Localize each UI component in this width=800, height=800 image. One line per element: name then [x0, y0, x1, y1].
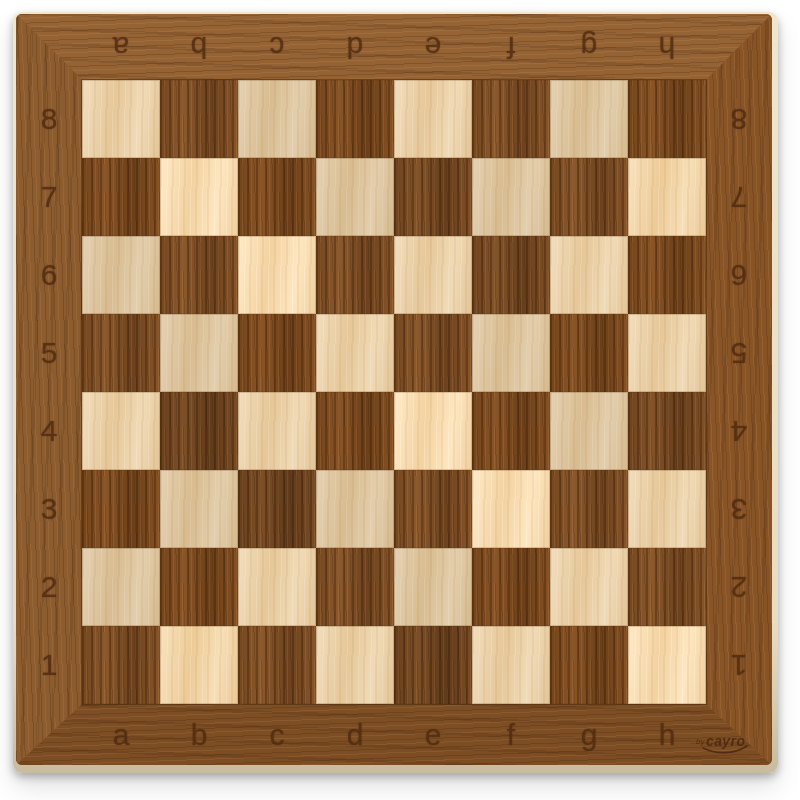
- square-a4[interactable]: [82, 392, 160, 470]
- square-g3[interactable]: [550, 470, 628, 548]
- square-e2[interactable]: [394, 548, 472, 626]
- board-frame: abcdefgh abcdefgh 87654321 87654321 by c…: [16, 14, 772, 765]
- square-f4[interactable]: [472, 392, 550, 470]
- page-background: { "game": "chess", "description": "Empty…: [0, 0, 800, 800]
- square-a5[interactable]: [82, 314, 160, 392]
- square-c2[interactable]: [238, 548, 316, 626]
- square-c3[interactable]: [238, 470, 316, 548]
- square-h4[interactable]: [628, 392, 706, 470]
- square-e3[interactable]: [394, 470, 472, 548]
- square-a6[interactable]: [82, 236, 160, 314]
- chess-board-grid: [82, 80, 706, 704]
- square-g5[interactable]: [550, 314, 628, 392]
- logo-swoosh-icon: [702, 745, 748, 755]
- square-b8[interactable]: [160, 80, 238, 158]
- square-a7[interactable]: [82, 158, 160, 236]
- square-d7[interactable]: [316, 158, 394, 236]
- square-d5[interactable]: [316, 314, 394, 392]
- square-d8[interactable]: [316, 80, 394, 158]
- square-d2[interactable]: [316, 548, 394, 626]
- square-a2[interactable]: [82, 548, 160, 626]
- square-e6[interactable]: [394, 236, 472, 314]
- square-f3[interactable]: [472, 470, 550, 548]
- square-f5[interactable]: [472, 314, 550, 392]
- square-e1[interactable]: [394, 626, 472, 704]
- square-f2[interactable]: [472, 548, 550, 626]
- square-f7[interactable]: [472, 158, 550, 236]
- square-b2[interactable]: [160, 548, 238, 626]
- square-g1[interactable]: [550, 626, 628, 704]
- square-h3[interactable]: [628, 470, 706, 548]
- square-h1[interactable]: [628, 626, 706, 704]
- square-e7[interactable]: [394, 158, 472, 236]
- square-c6[interactable]: [238, 236, 316, 314]
- square-c7[interactable]: [238, 158, 316, 236]
- square-h2[interactable]: [628, 548, 706, 626]
- chess-board: abcdefgh abcdefgh 87654321 87654321 by c…: [13, 12, 778, 773]
- square-h5[interactable]: [628, 314, 706, 392]
- square-f6[interactable]: [472, 236, 550, 314]
- square-g8[interactable]: [550, 80, 628, 158]
- square-d3[interactable]: [316, 470, 394, 548]
- square-g7[interactable]: [550, 158, 628, 236]
- square-b6[interactable]: [160, 236, 238, 314]
- square-d6[interactable]: [316, 236, 394, 314]
- square-d4[interactable]: [316, 392, 394, 470]
- square-a8[interactable]: [82, 80, 160, 158]
- square-f1[interactable]: [472, 626, 550, 704]
- square-c4[interactable]: [238, 392, 316, 470]
- square-b5[interactable]: [160, 314, 238, 392]
- square-g6[interactable]: [550, 236, 628, 314]
- square-c1[interactable]: [238, 626, 316, 704]
- square-b1[interactable]: [160, 626, 238, 704]
- square-a3[interactable]: [82, 470, 160, 548]
- square-e5[interactable]: [394, 314, 472, 392]
- square-a1[interactable]: [82, 626, 160, 704]
- square-c5[interactable]: [238, 314, 316, 392]
- square-f8[interactable]: [472, 80, 550, 158]
- square-b7[interactable]: [160, 158, 238, 236]
- square-b4[interactable]: [160, 392, 238, 470]
- square-h6[interactable]: [628, 236, 706, 314]
- square-h7[interactable]: [628, 158, 706, 236]
- square-g4[interactable]: [550, 392, 628, 470]
- cayro-logo: by cayro: [696, 735, 752, 753]
- square-b3[interactable]: [160, 470, 238, 548]
- square-e8[interactable]: [394, 80, 472, 158]
- square-e4[interactable]: [394, 392, 472, 470]
- square-g2[interactable]: [550, 548, 628, 626]
- square-c8[interactable]: [238, 80, 316, 158]
- square-d1[interactable]: [316, 626, 394, 704]
- square-h8[interactable]: [628, 80, 706, 158]
